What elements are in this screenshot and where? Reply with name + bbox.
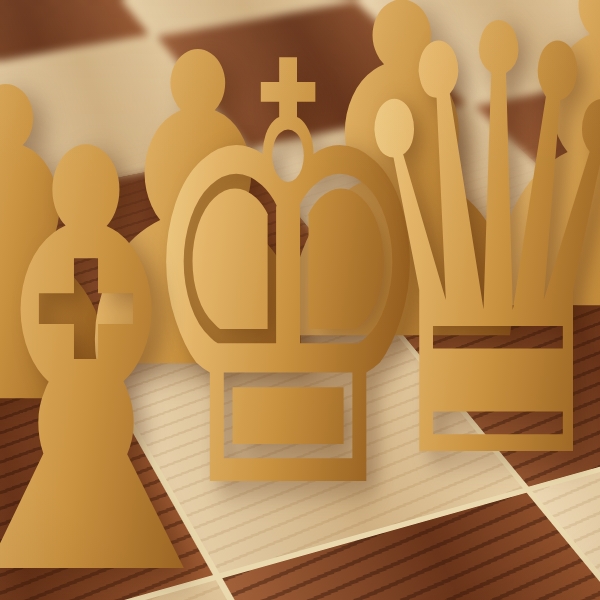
white-bishop: ♝ xyxy=(0,78,273,600)
chess-photo-scene: ♟ ♟ ♟ ♟ ♚ ♛ ♝ xyxy=(0,0,600,600)
white-queen: ♛ xyxy=(334,0,600,542)
